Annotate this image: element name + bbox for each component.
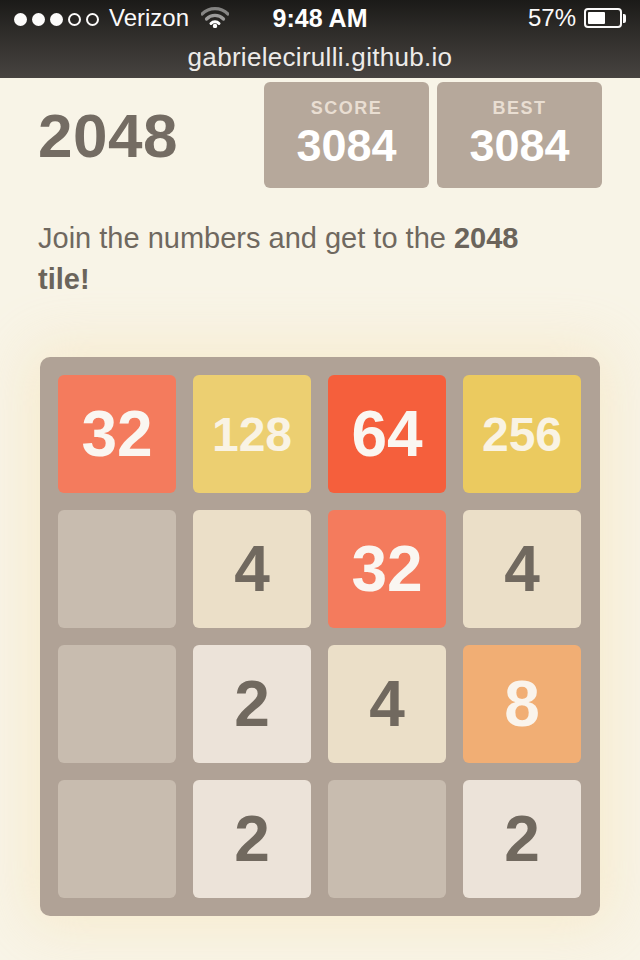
empty-cell-r3c1 bbox=[58, 645, 176, 763]
tile-4-r2c4: 4 bbox=[463, 510, 581, 628]
tile-64-r1c3: 64 bbox=[328, 375, 446, 493]
tile-2-r4c2: 2 bbox=[193, 780, 311, 898]
browser-address-bar[interactable]: gabrielecirulli.github.io bbox=[0, 36, 640, 78]
best-value: 3084 bbox=[469, 120, 569, 172]
tile-2-r4c4: 2 bbox=[463, 780, 581, 898]
tile-4-r3c3: 4 bbox=[328, 645, 446, 763]
score-box: SCORE 3084 bbox=[264, 82, 429, 188]
game-board[interactable]: 3212864256432424822 bbox=[40, 357, 600, 916]
game-header: 2048 SCORE 3084 BEST 3084 bbox=[38, 82, 602, 188]
tile-8-r3c4: 8 bbox=[463, 645, 581, 763]
intro-text: Join the numbers and get to the 2048 til… bbox=[38, 218, 563, 300]
best-score-box: BEST 3084 bbox=[437, 82, 602, 188]
intro-text-regular: Join the numbers and get to the bbox=[38, 222, 454, 254]
score-label: SCORE bbox=[311, 98, 383, 119]
url-text[interactable]: gabrielecirulli.github.io bbox=[188, 42, 453, 73]
game-title: 2048 bbox=[38, 100, 178, 171]
empty-cell-r2c1 bbox=[58, 510, 176, 628]
status-and-url-bar: Verizon 9:48 AM 57% gabrielecirulli.gith… bbox=[0, 0, 640, 78]
empty-cell-r4c3 bbox=[328, 780, 446, 898]
tile-4-r2c2: 4 bbox=[193, 510, 311, 628]
tile-2-r3c2: 2 bbox=[193, 645, 311, 763]
clock: 9:48 AM bbox=[0, 4, 640, 33]
tile-32-r2c3: 32 bbox=[328, 510, 446, 628]
tile-32-r1c1: 32 bbox=[58, 375, 176, 493]
tile-256-r1c4: 256 bbox=[463, 375, 581, 493]
score-value: 3084 bbox=[296, 120, 396, 172]
best-label: BEST bbox=[492, 98, 546, 119]
tile-128-r1c2: 128 bbox=[193, 375, 311, 493]
status-bar: Verizon 9:48 AM 57% bbox=[0, 0, 640, 36]
empty-cell-r4c1 bbox=[58, 780, 176, 898]
